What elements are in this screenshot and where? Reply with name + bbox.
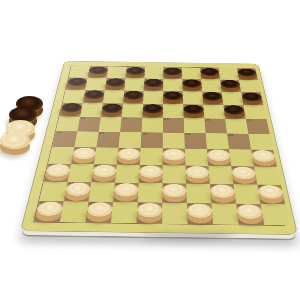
white-piece[interactable] xyxy=(251,150,276,162)
square-dark[interactable]: 48 xyxy=(136,202,162,223)
square-dark[interactable]: 23 xyxy=(163,118,184,133)
square-light xyxy=(107,66,127,78)
checkers-board: 1234567891011121314151617181920212223242… xyxy=(20,61,298,235)
square-dark[interactable]: 29 xyxy=(184,133,207,149)
square-dark[interactable]: 3 xyxy=(163,67,182,79)
white-piece[interactable] xyxy=(36,201,64,216)
square-light xyxy=(138,183,163,203)
square-light xyxy=(69,66,90,78)
square-dark[interactable]: 31 xyxy=(71,147,96,164)
white-piece[interactable] xyxy=(257,185,284,199)
square-number: 30 xyxy=(228,134,234,136)
square-light xyxy=(140,148,163,165)
black-piece[interactable] xyxy=(67,78,88,87)
square-light xyxy=(182,67,201,79)
square-dark[interactable]: 15 xyxy=(241,92,263,105)
square-light xyxy=(243,105,266,119)
square-light xyxy=(219,68,239,80)
square-light xyxy=(56,116,80,131)
square-light xyxy=(203,105,225,119)
black-piece[interactable] xyxy=(142,104,163,114)
square-light xyxy=(141,118,163,133)
square-dark[interactable]: 43 xyxy=(162,183,187,203)
square-dark[interactable]: 30 xyxy=(227,133,251,149)
square-dark[interactable]: 24 xyxy=(204,118,227,133)
board-rotor: 1234567891011121314151617181920212223242… xyxy=(0,0,300,300)
white-piece[interactable] xyxy=(117,148,140,160)
square-dark[interactable]: 32 xyxy=(117,148,141,165)
square-light xyxy=(74,131,98,147)
square-dark[interactable]: 21 xyxy=(77,117,101,132)
square-dark[interactable]: 7 xyxy=(105,78,126,91)
white-piece[interactable] xyxy=(210,184,235,198)
square-light xyxy=(239,80,261,93)
square-light xyxy=(60,201,89,222)
square-dark[interactable]: 37 xyxy=(91,164,117,182)
white-piece[interactable] xyxy=(163,149,186,161)
black-piece[interactable] xyxy=(220,80,240,89)
square-dark[interactable]: 4 xyxy=(200,68,220,80)
square-dark[interactable]: 11 xyxy=(83,90,105,103)
white-piece[interactable] xyxy=(137,203,162,218)
white-piece[interactable] xyxy=(162,184,186,198)
square-dark[interactable]: 45 xyxy=(257,185,285,205)
square-dark[interactable]: 49 xyxy=(187,203,213,224)
square-light xyxy=(85,78,106,91)
black-piece[interactable] xyxy=(241,92,262,101)
black-piece[interactable] xyxy=(123,91,143,100)
square-light xyxy=(118,132,141,148)
square-dark[interactable]: 6 xyxy=(66,77,88,89)
square-number: 24 xyxy=(205,119,210,121)
square-dark[interactable]: 1 xyxy=(88,66,109,78)
square-dark[interactable]: 33 xyxy=(163,148,186,165)
square-light xyxy=(111,202,138,223)
square-light xyxy=(163,104,184,118)
square-dark[interactable]: 2 xyxy=(125,67,145,79)
square-light xyxy=(183,91,204,104)
square-dark[interactable]: 5 xyxy=(237,68,258,80)
black-piece[interactable] xyxy=(101,104,122,114)
square-dark[interactable]: 9 xyxy=(182,79,202,92)
black-piece[interactable] xyxy=(200,68,219,76)
black-piece[interactable] xyxy=(163,67,182,75)
square-dark[interactable]: 42 xyxy=(113,183,139,203)
square-dark[interactable]: 47 xyxy=(85,202,113,223)
white-piece[interactable] xyxy=(72,148,96,160)
square-dark[interactable]: 14 xyxy=(202,92,223,105)
square-number: 22 xyxy=(122,118,127,120)
white-piece[interactable] xyxy=(187,204,213,219)
spare-white-piece[interactable] xyxy=(0,132,30,149)
square-dark[interactable]: 27 xyxy=(96,132,120,148)
square-light xyxy=(185,149,209,166)
square-light xyxy=(115,165,140,183)
square-number: 26 xyxy=(56,132,62,134)
square-dark[interactable]: 17 xyxy=(101,103,123,117)
square-dark[interactable]: 22 xyxy=(120,117,142,132)
white-piece[interactable] xyxy=(92,165,117,178)
black-piece[interactable] xyxy=(60,103,82,113)
square-light xyxy=(94,147,119,164)
square-dark[interactable]: 10 xyxy=(220,80,241,93)
black-piece[interactable] xyxy=(105,78,125,87)
black-piece[interactable] xyxy=(163,91,183,100)
square-light xyxy=(229,149,254,166)
square-light xyxy=(88,182,115,202)
square-dark[interactable]: 18 xyxy=(142,104,163,118)
square-dark[interactable]: 20 xyxy=(223,105,245,119)
square-light xyxy=(63,90,86,103)
black-piece[interactable] xyxy=(237,69,257,77)
square-number: 23 xyxy=(164,118,169,120)
square-light xyxy=(225,119,248,134)
black-piece[interactable] xyxy=(202,92,223,101)
square-dark[interactable]: 40 xyxy=(231,166,257,184)
square-dark[interactable]: 38 xyxy=(139,165,163,183)
white-piece[interactable] xyxy=(114,183,139,197)
square-light xyxy=(162,203,188,224)
square-dark[interactable]: 26 xyxy=(52,131,77,147)
square-light xyxy=(143,91,163,104)
square-light xyxy=(122,103,143,117)
square-dark[interactable]: 25 xyxy=(246,119,270,134)
white-piece[interactable] xyxy=(185,166,209,179)
square-number: 21 xyxy=(80,117,85,119)
square-light xyxy=(184,118,206,133)
square-light xyxy=(254,166,281,184)
square-dark[interactable]: 12 xyxy=(123,90,144,103)
square-light xyxy=(162,165,186,183)
square-light xyxy=(103,90,124,103)
square-light xyxy=(206,133,229,149)
square-light xyxy=(163,133,185,149)
white-piece[interactable] xyxy=(231,167,256,180)
square-light xyxy=(208,166,233,184)
black-piece[interactable] xyxy=(182,79,202,88)
square-light xyxy=(163,79,182,92)
square-light xyxy=(80,103,103,117)
playing-area: 1234567891011121314151617181920212223242… xyxy=(33,66,285,226)
square-dark[interactable]: 19 xyxy=(183,104,204,118)
square-number: 28 xyxy=(142,133,147,135)
square-light xyxy=(201,79,221,92)
white-piece[interactable] xyxy=(207,149,231,161)
square-dark[interactable]: 13 xyxy=(163,91,183,104)
square-light xyxy=(222,92,244,105)
square-light xyxy=(124,78,144,91)
square-dark[interactable]: 8 xyxy=(144,78,164,91)
square-number: 25 xyxy=(247,119,252,121)
square-light xyxy=(186,184,211,204)
square-number: 27 xyxy=(99,132,105,134)
white-piece[interactable] xyxy=(86,202,113,217)
black-piece[interactable] xyxy=(88,66,108,74)
square-dark[interactable]: 39 xyxy=(185,165,209,183)
black-piece[interactable] xyxy=(144,79,163,88)
square-dark[interactable]: 35 xyxy=(251,150,277,167)
square-number: 29 xyxy=(185,133,190,135)
square-light xyxy=(68,164,94,182)
square-light xyxy=(99,117,122,132)
square-dark[interactable]: 50 xyxy=(236,204,264,225)
photo-scene: 1234567891011121314151617181920212223242… xyxy=(0,0,300,300)
square-light xyxy=(211,203,238,224)
black-piece[interactable] xyxy=(183,105,204,115)
square-dark[interactable]: 41 xyxy=(64,182,91,202)
square-light xyxy=(234,184,261,204)
square-light xyxy=(261,204,290,225)
black-piece[interactable] xyxy=(126,67,145,75)
square-dark[interactable]: 44 xyxy=(210,184,236,204)
square-dark[interactable]: 34 xyxy=(207,149,231,166)
black-piece[interactable] xyxy=(223,105,245,115)
white-piece[interactable] xyxy=(236,204,263,219)
square-light xyxy=(248,134,273,150)
black-piece[interactable] xyxy=(84,90,105,99)
white-piece[interactable] xyxy=(65,182,91,195)
white-piece[interactable] xyxy=(139,165,163,178)
square-dark[interactable]: 16 xyxy=(59,103,82,117)
board-edge-shadow xyxy=(142,232,234,241)
square-dark[interactable]: 28 xyxy=(141,132,163,148)
white-piece[interactable] xyxy=(45,164,71,177)
square-light xyxy=(144,67,163,79)
